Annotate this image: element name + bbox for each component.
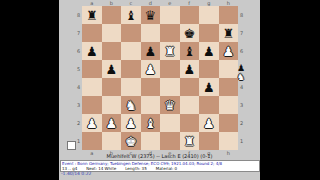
black-queen: ♛ xyxy=(144,9,156,22)
square-b7 xyxy=(102,24,122,42)
square-d5: ♟ xyxy=(141,60,161,78)
captured-white-knight: ♞ xyxy=(237,73,245,82)
square-f1: ♜ xyxy=(180,132,200,150)
black-rook: ♜ xyxy=(222,27,234,40)
square-a4 xyxy=(82,78,102,96)
engine-eval-line: -1.40/14 0:22 xyxy=(61,172,91,177)
square-a6: ♟ xyxy=(82,42,102,60)
square-g8 xyxy=(199,6,219,24)
square-a7 xyxy=(82,24,102,42)
players-line: Muehlfelt W (2375) -- Lasch E (2410) (0-… xyxy=(59,154,260,160)
white-queen: ♛ xyxy=(164,99,176,112)
status-segment-2: Length: 35 xyxy=(125,166,147,171)
square-g3 xyxy=(199,96,219,114)
black-rook: ♜ xyxy=(86,9,98,22)
black-bishop: ♝ xyxy=(183,45,195,58)
rank-label-2-right: 2 xyxy=(238,114,245,132)
white-rook: ♜ xyxy=(183,135,195,148)
square-c2: ♟ xyxy=(121,114,141,132)
captured-pieces-tray: ♟♞ xyxy=(235,64,247,82)
square-c7 xyxy=(121,24,141,42)
square-h2 xyxy=(219,114,239,132)
white-pawn: ♟ xyxy=(105,117,117,130)
chess-board: abcdefgh8♜♝♛87♚♜76♟♟♜♝♟♟65♟♟♟54♟43♞♛32♟♟… xyxy=(75,0,245,156)
rank-label-6-right: 6 xyxy=(238,42,245,60)
square-b2: ♟ xyxy=(102,114,122,132)
square-a3 xyxy=(82,96,102,114)
square-f8 xyxy=(180,6,200,24)
rank-label-6-left: 6 xyxy=(75,42,82,60)
rank-label-8-left: 8 xyxy=(75,6,82,24)
white-knight: ♞ xyxy=(125,99,137,112)
video-frame: abcdefgh8♜♝♛87♚♜76♟♟♜♝♟♟65♟♟♟54♟43♞♛32♟♟… xyxy=(0,0,320,180)
square-d7 xyxy=(141,24,161,42)
white-pawn: ♟ xyxy=(203,117,215,130)
square-f2 xyxy=(180,114,200,132)
black-pawn: ♟ xyxy=(86,45,98,58)
rank-label-1-left: 1 xyxy=(75,132,82,150)
white-pawn: ♟ xyxy=(125,117,137,130)
square-c4 xyxy=(121,78,141,96)
status-segment-3: Material: 0 xyxy=(156,166,177,171)
square-f3 xyxy=(180,96,200,114)
square-c5 xyxy=(121,60,141,78)
square-g1 xyxy=(199,132,219,150)
white-bishop: ♝ xyxy=(144,117,156,130)
square-g7 xyxy=(199,24,219,42)
square-e3: ♛ xyxy=(160,96,180,114)
square-h3 xyxy=(219,96,239,114)
rank-label-5-left: 5 xyxy=(75,60,82,78)
square-a5 xyxy=(82,60,102,78)
white-pawn: ♟ xyxy=(144,63,156,76)
rank-label-7-right: 7 xyxy=(238,24,245,42)
square-d8: ♛ xyxy=(141,6,161,24)
square-h6: ♟ xyxy=(219,42,239,60)
white-pawn: ♟ xyxy=(86,117,98,130)
black-pawn: ♟ xyxy=(203,45,215,58)
square-g4: ♟ xyxy=(199,78,219,96)
square-d2: ♝ xyxy=(141,114,161,132)
black-bishop: ♝ xyxy=(125,9,137,22)
rank-label-2-left: 2 xyxy=(75,114,82,132)
square-b3 xyxy=(102,96,122,114)
rank-label-4-left: 4 xyxy=(75,78,82,96)
square-e5 xyxy=(160,60,180,78)
square-f6: ♝ xyxy=(180,42,200,60)
square-d3 xyxy=(141,96,161,114)
square-b5: ♟ xyxy=(102,60,122,78)
black-pawn: ♟ xyxy=(105,63,117,76)
square-a2: ♟ xyxy=(82,114,102,132)
square-a1 xyxy=(82,132,102,150)
square-e6: ♜ xyxy=(160,42,180,60)
rank-label-8-right: 8 xyxy=(238,6,245,24)
white-to-move-indicator xyxy=(67,141,76,150)
black-pawn: ♟ xyxy=(203,81,215,94)
black-king: ♚ xyxy=(183,27,195,40)
square-h1 xyxy=(219,132,239,150)
black-pawn: ♟ xyxy=(144,45,156,58)
rank-label-7-left: 7 xyxy=(75,24,82,42)
square-h8 xyxy=(219,6,239,24)
square-d1 xyxy=(141,132,161,150)
square-h7: ♜ xyxy=(219,24,239,42)
white-rook: ♜ xyxy=(164,45,176,58)
square-g5 xyxy=(199,60,219,78)
square-c6 xyxy=(121,42,141,60)
square-f7: ♚ xyxy=(180,24,200,42)
white-pawn: ♟ xyxy=(222,45,234,58)
square-a8: ♜ xyxy=(82,6,102,24)
square-g2: ♟ xyxy=(199,114,219,132)
white-king: ♚ xyxy=(125,135,137,148)
rank-label-1-right: 1 xyxy=(238,132,245,150)
square-g6: ♟ xyxy=(199,42,219,60)
square-c8: ♝ xyxy=(121,6,141,24)
square-d4 xyxy=(141,78,161,96)
square-f4 xyxy=(180,78,200,96)
square-e8 xyxy=(160,6,180,24)
content-panel: abcdefgh8♜♝♛87♚♜76♟♟♜♝♟♟65♟♟♟54♟43♞♛32♟♟… xyxy=(59,0,260,180)
rank-label-3-left: 3 xyxy=(75,96,82,114)
black-pawn: ♟ xyxy=(183,63,195,76)
square-b4 xyxy=(102,78,122,96)
square-b8 xyxy=(102,6,122,24)
rank-label-3-right: 3 xyxy=(238,96,245,114)
square-e1 xyxy=(160,132,180,150)
square-f5: ♟ xyxy=(180,60,200,78)
square-e7 xyxy=(160,24,180,42)
square-e4 xyxy=(160,78,180,96)
square-c1: ♚ xyxy=(121,132,141,150)
square-d6: ♟ xyxy=(141,42,161,60)
square-b6 xyxy=(102,42,122,60)
square-c3: ♞ xyxy=(121,96,141,114)
status-line: 13 .. g4Next: 14 WhiteLength: 35Material… xyxy=(62,166,258,171)
square-e2 xyxy=(160,114,180,132)
square-b1 xyxy=(102,132,122,150)
